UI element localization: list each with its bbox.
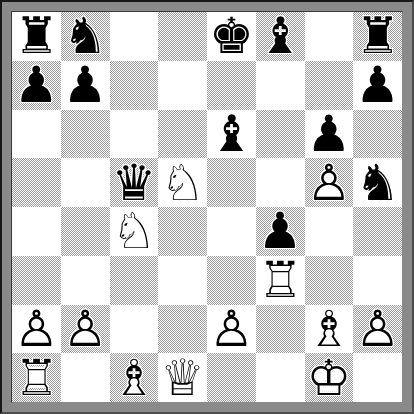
square-f8[interactable]: ♝ [256, 12, 305, 61]
square-a5[interactable] [12, 158, 61, 207]
black-pawn-b7: ♟ [63, 61, 108, 109]
square-f5[interactable] [256, 158, 305, 207]
square-h6[interactable] [353, 110, 402, 159]
square-d2[interactable] [158, 305, 207, 354]
square-c7[interactable] [110, 61, 159, 110]
square-g2[interactable]: ♗ [305, 305, 354, 354]
square-f4[interactable]: ♟ [256, 207, 305, 256]
white-rook-f3: ♖ [258, 256, 303, 304]
square-b6[interactable] [61, 110, 110, 159]
square-e3[interactable] [207, 256, 256, 305]
black-rook-h8: ♜ [355, 12, 400, 60]
square-h8[interactable]: ♜ [353, 12, 402, 61]
black-pawn-f4: ♟ [258, 207, 303, 255]
square-g4[interactable] [305, 207, 354, 256]
square-b4[interactable] [61, 207, 110, 256]
white-pawn-g5: ♙ [306, 159, 351, 207]
square-e5[interactable] [207, 158, 256, 207]
square-a1[interactable]: ♖ [12, 353, 61, 402]
square-d3[interactable] [158, 256, 207, 305]
square-c4[interactable]: ♘ [110, 207, 159, 256]
square-d5[interactable]: ♘ [158, 158, 207, 207]
square-h4[interactable] [353, 207, 402, 256]
square-b3[interactable] [61, 256, 110, 305]
black-rook-a8: ♜ [14, 12, 59, 60]
square-f6[interactable] [256, 110, 305, 159]
square-g1[interactable]: ♔ [305, 353, 354, 402]
square-d6[interactable] [158, 110, 207, 159]
square-c3[interactable] [110, 256, 159, 305]
square-g7[interactable] [305, 61, 354, 110]
square-e8[interactable]: ♚ [207, 12, 256, 61]
black-pawn-a7: ♟ [14, 61, 59, 109]
square-d8[interactable] [158, 12, 207, 61]
square-c2[interactable] [110, 305, 159, 354]
white-pawn-h2: ♙ [355, 305, 400, 353]
board-frame: ♜♞♚♝♜♟♟♟♝♟♛♘♙♞♘♟♖♙♙♙♗♙♖♗♕♔ [0, 0, 414, 414]
square-e2[interactable]: ♙ [207, 305, 256, 354]
white-pawn-b2: ♙ [63, 305, 108, 353]
square-f2[interactable] [256, 305, 305, 354]
square-d7[interactable] [158, 61, 207, 110]
black-pawn-h7: ♟ [355, 61, 400, 109]
square-d4[interactable] [158, 207, 207, 256]
square-f7[interactable] [256, 61, 305, 110]
black-knight-h5: ♞ [355, 159, 400, 207]
square-a8[interactable]: ♜ [12, 12, 61, 61]
black-bishop-f8: ♝ [258, 12, 303, 60]
square-h1[interactable] [353, 353, 402, 402]
square-b8[interactable]: ♞ [61, 12, 110, 61]
square-a7[interactable]: ♟ [12, 61, 61, 110]
square-c1[interactable]: ♗ [110, 353, 159, 402]
square-g3[interactable] [305, 256, 354, 305]
square-c5[interactable]: ♛ [110, 158, 159, 207]
square-b1[interactable] [61, 353, 110, 402]
square-f1[interactable] [256, 353, 305, 402]
chess-board: ♜♞♚♝♜♟♟♟♝♟♛♘♙♞♘♟♖♙♙♙♗♙♖♗♕♔ [11, 11, 403, 403]
black-bishop-e6: ♝ [209, 110, 254, 158]
square-e7[interactable] [207, 61, 256, 110]
white-bishop-g2: ♗ [306, 305, 351, 353]
square-e1[interactable] [207, 353, 256, 402]
square-h7[interactable]: ♟ [353, 61, 402, 110]
square-g8[interactable] [305, 12, 354, 61]
white-queen-d1: ♕ [160, 354, 205, 402]
square-e4[interactable] [207, 207, 256, 256]
square-b2[interactable]: ♙ [61, 305, 110, 354]
square-h5[interactable]: ♞ [353, 158, 402, 207]
square-a3[interactable] [12, 256, 61, 305]
square-d1[interactable]: ♕ [158, 353, 207, 402]
square-h3[interactable] [353, 256, 402, 305]
white-pawn-a2: ♙ [14, 305, 59, 353]
white-bishop-c1: ♗ [111, 354, 156, 402]
white-rook-a1: ♖ [14, 354, 59, 402]
square-a6[interactable] [12, 110, 61, 159]
white-pawn-e2: ♙ [209, 305, 254, 353]
black-pawn-g6: ♟ [306, 110, 351, 158]
square-b5[interactable] [61, 158, 110, 207]
black-knight-b8: ♞ [63, 12, 108, 60]
black-king-e8: ♚ [209, 12, 254, 60]
white-king-g1: ♔ [306, 354, 351, 402]
square-g6[interactable]: ♟ [305, 110, 354, 159]
square-c6[interactable] [110, 110, 159, 159]
square-b7[interactable]: ♟ [61, 61, 110, 110]
square-c8[interactable] [110, 12, 159, 61]
square-e6[interactable]: ♝ [207, 110, 256, 159]
black-queen-c5: ♛ [111, 159, 156, 207]
square-h2[interactable]: ♙ [353, 305, 402, 354]
square-a4[interactable] [12, 207, 61, 256]
white-knight-c4: ♘ [111, 207, 156, 255]
square-g5[interactable]: ♙ [305, 158, 354, 207]
square-f3[interactable]: ♖ [256, 256, 305, 305]
white-knight-d5: ♘ [160, 159, 205, 207]
square-a2[interactable]: ♙ [12, 305, 61, 354]
